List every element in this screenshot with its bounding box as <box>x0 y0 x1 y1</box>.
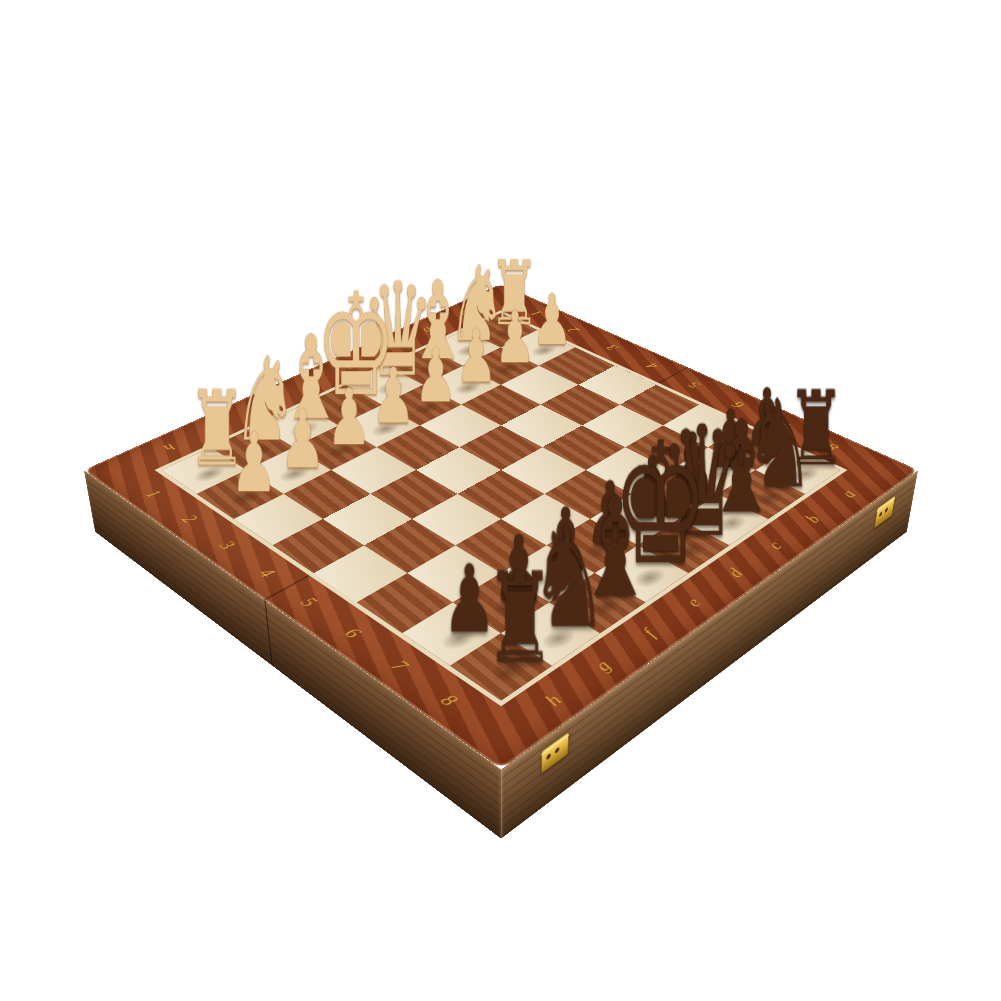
chess-set-scene: hgfedcba hgfedcba 12345678 12345678 ♜♞♝♚… <box>0 0 1001 1001</box>
brass-latch-right <box>874 496 896 530</box>
product-photo-stage: hgfedcba hgfedcba 12345678 12345678 ♜♞♝♚… <box>0 0 1001 1001</box>
folding-chess-box: hgfedcba hgfedcba 12345678 12345678 ♜♞♝♚… <box>83 284 917 770</box>
fold-seam-side <box>264 600 273 667</box>
chess-board: hgfedcba hgfedcba 12345678 12345678 ♜♞♝♚… <box>83 284 917 770</box>
brass-latch-left <box>540 732 568 775</box>
piece-white-pawn-h2[interactable]: ♟ <box>169 425 338 503</box>
piece-black-rook-h8[interactable]: ♜ <box>420 561 619 679</box>
